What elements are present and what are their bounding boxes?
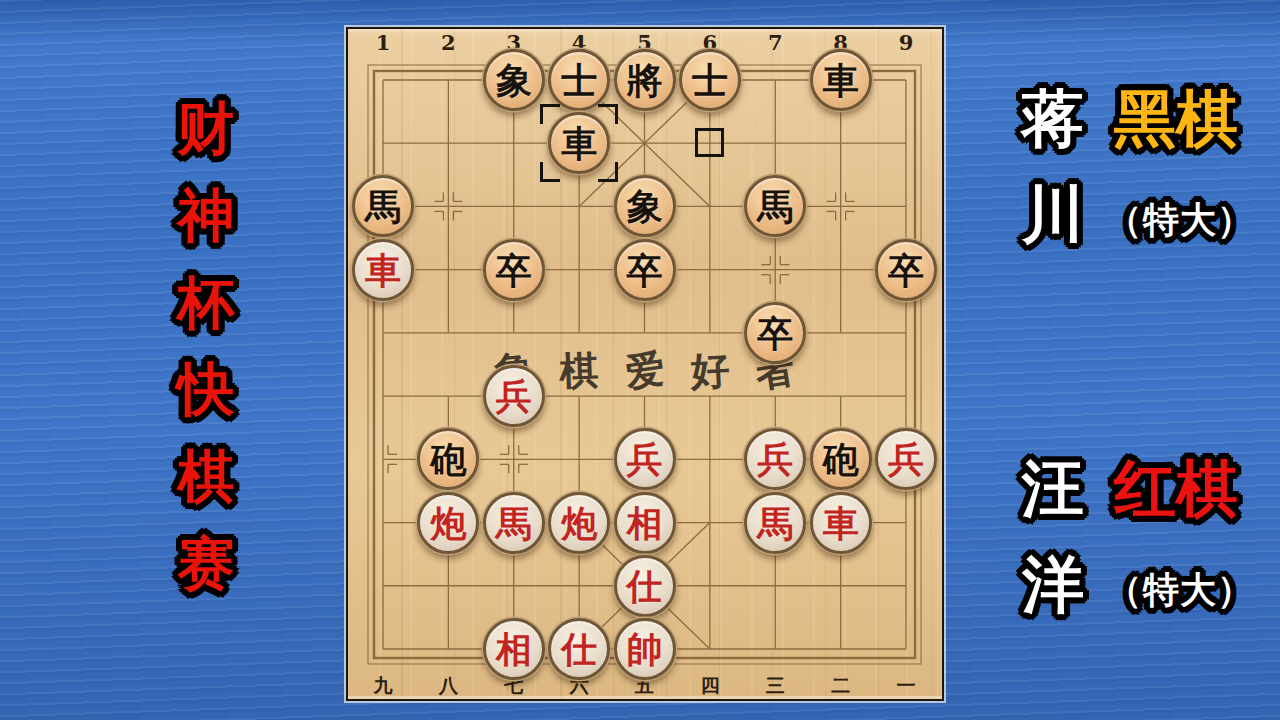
piece-black-馬[interactable]: 馬 bbox=[352, 175, 414, 237]
piece-red-仕[interactable]: 仕 bbox=[614, 555, 676, 617]
piece-red-仕[interactable]: 仕 bbox=[548, 618, 610, 680]
piece-red-兵[interactable]: 兵 bbox=[614, 428, 676, 490]
piece-red-兵[interactable]: 兵 bbox=[875, 428, 937, 490]
piece-red-炮[interactable]: 炮 bbox=[417, 492, 479, 554]
piece-red-炮[interactable]: 炮 bbox=[548, 492, 610, 554]
file-label-top: 2 bbox=[428, 30, 468, 55]
player-red-info: 汪 红棋 洋 （特大） bbox=[1022, 458, 1280, 628]
river-watermark-char: 爱 bbox=[618, 341, 671, 401]
piece-red-相[interactable]: 相 bbox=[614, 492, 676, 554]
broadcast-scene: 财神杯快棋赛 123456789 九八七六五四三二一 象棋爱好者 象士將士車車馬… bbox=[0, 0, 1280, 720]
piece-black-將[interactable]: 將 bbox=[614, 49, 676, 111]
file-label-bottom: 三 bbox=[755, 673, 795, 699]
black-player-name-char1: 蒋 bbox=[1022, 88, 1084, 150]
piece-red-帥[interactable]: 帥 bbox=[614, 618, 676, 680]
file-label-bottom: 四 bbox=[690, 673, 730, 699]
piece-black-士[interactable]: 士 bbox=[548, 49, 610, 111]
event-banner-char: 棋 bbox=[178, 448, 235, 505]
piece-black-卒[interactable]: 卒 bbox=[875, 239, 937, 301]
event-banner: 财神杯快棋赛 bbox=[168, 100, 244, 592]
file-label-top: 1 bbox=[363, 30, 403, 55]
red-side-badge: 红棋 bbox=[1114, 458, 1238, 520]
piece-black-卒[interactable]: 卒 bbox=[614, 239, 676, 301]
piece-black-砲[interactable]: 砲 bbox=[810, 428, 872, 490]
xiangqi-board[interactable]: 123456789 九八七六五四三二一 象棋爱好者 象士將士車車馬象馬車卒卒卒卒… bbox=[346, 27, 944, 701]
piece-black-卒[interactable]: 卒 bbox=[483, 239, 545, 301]
event-banner-char: 神 bbox=[178, 187, 235, 244]
black-side-badge: 黑棋 bbox=[1114, 88, 1238, 150]
file-label-bottom: 一 bbox=[886, 673, 926, 699]
river-watermark-char: 好 bbox=[685, 343, 734, 399]
piece-red-車[interactable]: 車 bbox=[810, 492, 872, 554]
event-banner-char: 财 bbox=[178, 100, 235, 157]
piece-black-象[interactable]: 象 bbox=[614, 175, 676, 237]
event-banner-char: 赛 bbox=[178, 535, 235, 592]
piece-black-車[interactable]: 車 bbox=[810, 49, 872, 111]
piece-black-士[interactable]: 士 bbox=[679, 49, 741, 111]
piece-black-象[interactable]: 象 bbox=[483, 49, 545, 111]
red-player-name-char2: 洋 bbox=[1022, 554, 1084, 616]
player-black-info: 蒋 黑棋 川 （特大） bbox=[1022, 88, 1280, 258]
piece-red-相[interactable]: 相 bbox=[483, 618, 545, 680]
last-move-destination-marker bbox=[540, 104, 618, 182]
file-label-bottom: 九 bbox=[363, 673, 403, 699]
event-banner-char: 杯 bbox=[178, 274, 235, 331]
file-label-bottom: 八 bbox=[428, 673, 468, 699]
red-player-name-char1: 汪 bbox=[1022, 458, 1084, 520]
event-banner-char: 快 bbox=[178, 361, 235, 418]
piece-red-兵[interactable]: 兵 bbox=[483, 365, 545, 427]
river-watermark-char: 棋 bbox=[555, 343, 603, 399]
black-player-name-char2: 川 bbox=[1022, 184, 1084, 246]
file-label-top: 7 bbox=[755, 30, 795, 55]
piece-red-馬[interactable]: 馬 bbox=[744, 492, 806, 554]
red-player-title: （特大） bbox=[1106, 572, 1254, 608]
file-label-top: 9 bbox=[886, 30, 926, 55]
file-label-bottom: 二 bbox=[821, 673, 861, 699]
last-move-origin-marker bbox=[695, 128, 724, 157]
piece-red-車[interactable]: 車 bbox=[352, 239, 414, 301]
black-player-title: （特大） bbox=[1106, 202, 1254, 238]
piece-red-馬[interactable]: 馬 bbox=[483, 492, 545, 554]
piece-black-卒[interactable]: 卒 bbox=[744, 302, 806, 364]
